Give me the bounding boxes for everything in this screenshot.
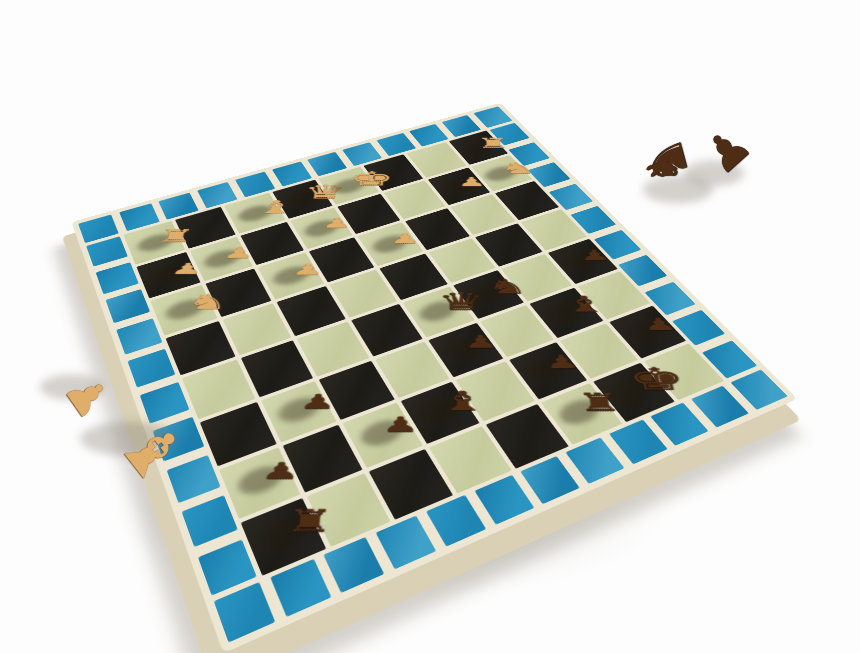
border-tile	[96, 262, 139, 294]
pawn-glyph: ♟	[457, 176, 458, 188]
border-tile	[128, 349, 176, 388]
border-tile	[116, 318, 162, 354]
rook-glyph: ♜	[476, 136, 477, 150]
border-tile	[214, 582, 275, 643]
border-tile	[521, 456, 581, 504]
border-tile	[565, 437, 624, 484]
chessboard-photo-scene: ♜♝♛♚♜♟♟♟♟♞♞♟♟♛♞♟♟♟♝♟♟♝♟♟♜♜♚ ♟♝♞♟	[0, 0, 860, 653]
border-tile	[106, 289, 151, 323]
pawn-glyph: ♟	[321, 216, 322, 230]
border-tile	[474, 475, 534, 525]
border-tile	[730, 369, 788, 410]
border-tile	[182, 495, 238, 547]
